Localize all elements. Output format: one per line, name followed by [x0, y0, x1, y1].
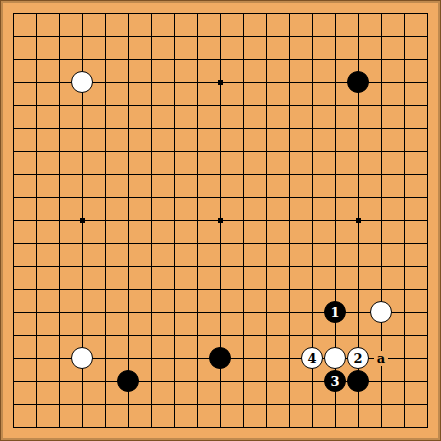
board-intersection[interactable] — [255, 209, 278, 232]
board-intersection[interactable] — [163, 186, 186, 209]
board-intersection[interactable] — [2, 2, 25, 25]
board-intersection[interactable] — [117, 117, 140, 140]
board-intersection[interactable] — [370, 140, 393, 163]
board-intersection[interactable] — [416, 255, 439, 278]
board-intersection[interactable] — [324, 255, 347, 278]
board-intersection[interactable] — [117, 163, 140, 186]
board-intersection[interactable] — [25, 232, 48, 255]
board-intersection[interactable] — [416, 25, 439, 48]
board-intersection[interactable] — [347, 2, 370, 25]
board-intersection[interactable] — [117, 255, 140, 278]
board-intersection[interactable] — [301, 324, 324, 347]
board-intersection[interactable] — [393, 209, 416, 232]
board-intersection[interactable] — [140, 71, 163, 94]
board-intersection[interactable] — [117, 209, 140, 232]
board-intersection[interactable] — [2, 278, 25, 301]
board-intersection[interactable] — [2, 255, 25, 278]
board-intersection[interactable] — [232, 393, 255, 416]
board-intersection[interactable] — [25, 370, 48, 393]
board-intersection[interactable] — [232, 370, 255, 393]
board-intersection[interactable] — [209, 94, 232, 117]
board-intersection[interactable] — [347, 255, 370, 278]
board-intersection[interactable] — [370, 232, 393, 255]
board-intersection[interactable] — [48, 347, 71, 370]
board-intersection[interactable] — [347, 324, 370, 347]
board-intersection[interactable] — [278, 370, 301, 393]
board-intersection[interactable]: 2 — [347, 347, 370, 370]
board-intersection[interactable] — [232, 278, 255, 301]
board-intersection[interactable] — [25, 255, 48, 278]
board-intersection[interactable] — [416, 301, 439, 324]
board-intersection[interactable] — [255, 186, 278, 209]
board-intersection[interactable] — [163, 347, 186, 370]
board-intersection[interactable] — [255, 301, 278, 324]
board-intersection[interactable] — [117, 48, 140, 71]
board-intersection[interactable] — [393, 393, 416, 416]
board-intersection[interactable] — [278, 25, 301, 48]
board-intersection[interactable] — [232, 71, 255, 94]
board-intersection[interactable] — [186, 278, 209, 301]
board-intersection[interactable] — [255, 2, 278, 25]
board-intersection[interactable] — [232, 324, 255, 347]
board-intersection[interactable] — [416, 117, 439, 140]
board-intersection[interactable] — [94, 347, 117, 370]
board-intersection[interactable] — [2, 25, 25, 48]
board-intersection[interactable] — [2, 71, 25, 94]
board-intersection[interactable] — [324, 324, 347, 347]
board-intersection[interactable] — [347, 117, 370, 140]
board-intersection[interactable] — [186, 301, 209, 324]
board-intersection[interactable] — [117, 140, 140, 163]
board-intersection[interactable] — [186, 163, 209, 186]
board-intersection[interactable] — [370, 25, 393, 48]
board-intersection[interactable] — [324, 94, 347, 117]
board-intersection[interactable] — [186, 370, 209, 393]
board-intersection[interactable] — [393, 278, 416, 301]
board-intersection[interactable] — [94, 117, 117, 140]
board-intersection[interactable] — [232, 25, 255, 48]
board-intersection[interactable] — [140, 255, 163, 278]
board-intersection[interactable] — [301, 393, 324, 416]
board-intersection[interactable] — [232, 347, 255, 370]
board-intersection[interactable] — [2, 117, 25, 140]
board-intersection[interactable] — [347, 48, 370, 71]
board-intersection[interactable] — [2, 209, 25, 232]
board-intersection[interactable] — [347, 301, 370, 324]
board-intersection[interactable] — [416, 324, 439, 347]
board-intersection[interactable] — [163, 278, 186, 301]
board-intersection[interactable] — [393, 94, 416, 117]
board-intersection[interactable] — [48, 209, 71, 232]
board-intersection[interactable] — [94, 25, 117, 48]
board-intersection[interactable] — [140, 232, 163, 255]
board-intersection[interactable] — [163, 117, 186, 140]
board-intersection[interactable] — [209, 48, 232, 71]
board-intersection[interactable] — [71, 71, 94, 94]
board-intersection[interactable] — [416, 416, 439, 439]
board-intersection[interactable] — [232, 117, 255, 140]
board-intersection[interactable] — [117, 301, 140, 324]
board-intersection[interactable] — [416, 209, 439, 232]
board-intersection[interactable] — [370, 48, 393, 71]
board-intersection[interactable] — [347, 25, 370, 48]
board-intersection[interactable] — [416, 393, 439, 416]
board-intersection[interactable] — [278, 393, 301, 416]
board-intersection[interactable] — [301, 2, 324, 25]
board-intersection[interactable] — [117, 347, 140, 370]
board-intersection[interactable] — [255, 94, 278, 117]
board-intersection[interactable] — [140, 48, 163, 71]
board-intersection[interactable] — [370, 2, 393, 25]
board-intersection[interactable] — [347, 94, 370, 117]
board-intersection[interactable] — [25, 324, 48, 347]
board-intersection[interactable] — [186, 324, 209, 347]
board-intersection[interactable] — [163, 324, 186, 347]
board-intersection[interactable] — [255, 25, 278, 48]
board-intersection[interactable] — [94, 278, 117, 301]
board-intersection[interactable] — [255, 232, 278, 255]
board-intersection[interactable] — [117, 94, 140, 117]
board-intersection[interactable] — [209, 209, 232, 232]
board-intersection[interactable] — [140, 416, 163, 439]
board-intersection[interactable] — [324, 117, 347, 140]
black-stone[interactable] — [347, 71, 369, 93]
board-intersection[interactable] — [25, 278, 48, 301]
board-intersection[interactable] — [278, 278, 301, 301]
board-intersection[interactable]: 4 — [301, 347, 324, 370]
board-intersection[interactable] — [48, 416, 71, 439]
board-intersection[interactable] — [25, 94, 48, 117]
board-intersection[interactable] — [163, 2, 186, 25]
board-intersection[interactable] — [324, 71, 347, 94]
board-intersection[interactable] — [278, 232, 301, 255]
board-intersection[interactable] — [71, 255, 94, 278]
board-intersection[interactable] — [370, 94, 393, 117]
board-intersection[interactable] — [278, 186, 301, 209]
board-intersection[interactable] — [370, 255, 393, 278]
board-intersection[interactable] — [2, 347, 25, 370]
board-intersection[interactable] — [71, 347, 94, 370]
board-intersection[interactable] — [209, 2, 232, 25]
board-intersection[interactable] — [71, 370, 94, 393]
board-intersection[interactable] — [71, 186, 94, 209]
board-intersection[interactable] — [393, 48, 416, 71]
board-intersection[interactable] — [25, 163, 48, 186]
board-intersection[interactable] — [209, 140, 232, 163]
board-intersection[interactable] — [416, 140, 439, 163]
board-intersection[interactable] — [324, 416, 347, 439]
board-intersection[interactable] — [117, 2, 140, 25]
board-intersection[interactable] — [71, 117, 94, 140]
board-intersection[interactable] — [416, 347, 439, 370]
board-intersection[interactable] — [25, 117, 48, 140]
board-intersection[interactable] — [140, 393, 163, 416]
board-intersection[interactable] — [94, 94, 117, 117]
board-intersection[interactable] — [186, 186, 209, 209]
board-intersection[interactable] — [117, 25, 140, 48]
board-intersection[interactable] — [163, 370, 186, 393]
board-intersection[interactable] — [48, 117, 71, 140]
board-intersection[interactable] — [2, 324, 25, 347]
board-intersection[interactable] — [278, 71, 301, 94]
board-intersection[interactable] — [48, 94, 71, 117]
board-intersection[interactable] — [186, 71, 209, 94]
board-intersection[interactable] — [71, 25, 94, 48]
board-intersection[interactable] — [232, 255, 255, 278]
board-intersection[interactable] — [186, 232, 209, 255]
board-intersection[interactable] — [48, 71, 71, 94]
board-intersection[interactable] — [140, 347, 163, 370]
board-intersection[interactable] — [301, 48, 324, 71]
board-intersection[interactable] — [2, 393, 25, 416]
board-intersection[interactable] — [301, 71, 324, 94]
board-intersection[interactable] — [117, 370, 140, 393]
board-intersection[interactable] — [347, 416, 370, 439]
board-intersection[interactable] — [255, 416, 278, 439]
board-intersection[interactable] — [301, 163, 324, 186]
board-intersection[interactable] — [278, 324, 301, 347]
board-intersection[interactable]: 3 — [324, 370, 347, 393]
board-intersection[interactable] — [393, 140, 416, 163]
board-intersection[interactable] — [416, 278, 439, 301]
board-intersection[interactable] — [140, 324, 163, 347]
board-intersection[interactable] — [255, 347, 278, 370]
point-label-a[interactable]: a — [374, 351, 388, 366]
board-intersection[interactable] — [48, 186, 71, 209]
board-intersection[interactable] — [255, 370, 278, 393]
board-intersection[interactable] — [347, 186, 370, 209]
board-intersection[interactable] — [48, 255, 71, 278]
board-intersection[interactable] — [117, 71, 140, 94]
board-intersection[interactable] — [2, 370, 25, 393]
white-stone[interactable] — [71, 347, 93, 369]
board-intersection[interactable] — [186, 94, 209, 117]
board-intersection[interactable] — [94, 48, 117, 71]
board-intersection[interactable] — [301, 232, 324, 255]
board-intersection[interactable] — [347, 393, 370, 416]
board-intersection[interactable] — [255, 163, 278, 186]
board-intersection[interactable] — [94, 232, 117, 255]
board-intersection[interactable] — [48, 301, 71, 324]
board-intersection[interactable] — [393, 232, 416, 255]
board-intersection[interactable] — [2, 163, 25, 186]
board-intersection[interactable] — [94, 393, 117, 416]
board-intersection[interactable] — [416, 370, 439, 393]
board-intersection[interactable] — [71, 278, 94, 301]
board-intersection[interactable] — [140, 163, 163, 186]
board-intersection[interactable] — [94, 186, 117, 209]
board-intersection[interactable] — [370, 324, 393, 347]
board-intersection[interactable] — [324, 140, 347, 163]
board-intersection[interactable] — [255, 48, 278, 71]
board-intersection[interactable] — [140, 94, 163, 117]
board-intersection[interactable] — [25, 209, 48, 232]
board-intersection[interactable] — [370, 278, 393, 301]
board-intersection[interactable] — [255, 117, 278, 140]
board-intersection[interactable] — [324, 209, 347, 232]
board-intersection[interactable] — [140, 186, 163, 209]
board-intersection[interactable] — [140, 209, 163, 232]
board-intersection[interactable] — [324, 163, 347, 186]
board-intersection[interactable] — [2, 232, 25, 255]
board-intersection[interactable] — [232, 2, 255, 25]
board-intersection[interactable] — [209, 71, 232, 94]
board-intersection[interactable] — [71, 301, 94, 324]
board-intersection[interactable] — [255, 140, 278, 163]
board-intersection[interactable] — [71, 163, 94, 186]
board-intersection[interactable] — [25, 2, 48, 25]
board-intersection[interactable] — [94, 140, 117, 163]
board-intersection[interactable] — [186, 117, 209, 140]
white-stone[interactable] — [370, 301, 392, 323]
board-intersection[interactable] — [209, 393, 232, 416]
board-intersection[interactable] — [347, 278, 370, 301]
board-intersection[interactable] — [186, 209, 209, 232]
board-intersection[interactable] — [255, 71, 278, 94]
white-stone[interactable]: 2 — [347, 347, 369, 369]
board-intersection[interactable] — [347, 370, 370, 393]
board-intersection[interactable] — [393, 186, 416, 209]
board-intersection[interactable] — [278, 416, 301, 439]
board-intersection[interactable] — [117, 186, 140, 209]
board-intersection[interactable] — [301, 117, 324, 140]
board-intersection[interactable] — [25, 393, 48, 416]
board-intersection[interactable] — [186, 48, 209, 71]
board-intersection[interactable] — [71, 209, 94, 232]
board-intersection[interactable] — [48, 232, 71, 255]
board-intersection[interactable] — [48, 163, 71, 186]
board-intersection[interactable] — [25, 140, 48, 163]
board-intersection[interactable] — [393, 25, 416, 48]
board-intersection[interactable] — [209, 370, 232, 393]
board-intersection[interactable] — [347, 140, 370, 163]
board-intersection[interactable] — [163, 94, 186, 117]
board-intersection[interactable] — [370, 117, 393, 140]
board-intersection[interactable] — [163, 393, 186, 416]
board-intersection[interactable] — [209, 163, 232, 186]
board-intersection[interactable] — [71, 416, 94, 439]
board-intersection[interactable] — [370, 370, 393, 393]
black-stone[interactable] — [117, 370, 139, 392]
board-intersection[interactable] — [2, 94, 25, 117]
board-intersection[interactable] — [140, 301, 163, 324]
board-intersection[interactable] — [370, 71, 393, 94]
board-intersection[interactable] — [117, 393, 140, 416]
board-intersection[interactable] — [393, 255, 416, 278]
board-intersection[interactable] — [163, 416, 186, 439]
board-intersection[interactable] — [25, 48, 48, 71]
board-intersection[interactable] — [2, 140, 25, 163]
board-intersection[interactable] — [163, 71, 186, 94]
board-intersection[interactable] — [209, 416, 232, 439]
board-intersection[interactable] — [416, 186, 439, 209]
board-intersection[interactable] — [209, 324, 232, 347]
board-intersection[interactable] — [393, 347, 416, 370]
board-intersection[interactable] — [416, 71, 439, 94]
board-intersection[interactable] — [278, 2, 301, 25]
black-stone[interactable] — [209, 347, 231, 369]
board-intersection[interactable] — [163, 255, 186, 278]
board-intersection[interactable] — [393, 163, 416, 186]
board-intersection[interactable] — [301, 186, 324, 209]
board-intersection[interactable] — [278, 301, 301, 324]
board-intersection[interactable] — [163, 301, 186, 324]
board-intersection[interactable] — [48, 25, 71, 48]
board-intersection[interactable] — [232, 94, 255, 117]
black-stone[interactable]: 1 — [324, 301, 346, 323]
board-intersection[interactable] — [209, 301, 232, 324]
board-intersection[interactable] — [416, 94, 439, 117]
board-intersection[interactable] — [186, 347, 209, 370]
board-intersection[interactable] — [163, 48, 186, 71]
board-intersection[interactable] — [324, 393, 347, 416]
board-intersection[interactable] — [232, 186, 255, 209]
board-intersection[interactable] — [209, 25, 232, 48]
board-intersection[interactable] — [301, 278, 324, 301]
board-intersection[interactable] — [370, 186, 393, 209]
board-intersection[interactable] — [347, 71, 370, 94]
board-intersection[interactable] — [48, 324, 71, 347]
board-intersection[interactable] — [393, 370, 416, 393]
board-intersection[interactable] — [2, 186, 25, 209]
board-intersection[interactable] — [370, 209, 393, 232]
board-intersection[interactable] — [25, 416, 48, 439]
board-intersection[interactable] — [2, 301, 25, 324]
board-intersection[interactable] — [94, 416, 117, 439]
board-intersection[interactable] — [347, 209, 370, 232]
board-intersection[interactable] — [301, 416, 324, 439]
board-intersection[interactable] — [393, 416, 416, 439]
board-intersection[interactable] — [71, 324, 94, 347]
board-intersection[interactable] — [416, 48, 439, 71]
board-intersection[interactable] — [324, 48, 347, 71]
board-intersection[interactable] — [163, 140, 186, 163]
board-intersection[interactable] — [94, 209, 117, 232]
board-intersection[interactable] — [209, 186, 232, 209]
black-stone[interactable]: 3 — [324, 370, 346, 392]
board-intersection[interactable] — [186, 2, 209, 25]
board-intersection[interactable] — [278, 163, 301, 186]
board-intersection[interactable] — [186, 255, 209, 278]
board-intersection[interactable] — [186, 416, 209, 439]
board-intersection[interactable] — [94, 324, 117, 347]
board-intersection[interactable] — [278, 140, 301, 163]
board-intersection[interactable] — [301, 209, 324, 232]
board-intersection[interactable] — [416, 2, 439, 25]
board-intersection[interactable] — [370, 163, 393, 186]
board-intersection[interactable] — [94, 71, 117, 94]
board-intersection[interactable] — [71, 94, 94, 117]
board-intersection[interactable] — [393, 117, 416, 140]
board-intersection[interactable] — [347, 232, 370, 255]
board-intersection[interactable] — [209, 232, 232, 255]
board-intersection[interactable] — [2, 48, 25, 71]
board-intersection[interactable] — [301, 25, 324, 48]
board-intersection[interactable] — [25, 71, 48, 94]
board-intersection[interactable] — [117, 232, 140, 255]
board-intersection[interactable] — [186, 25, 209, 48]
board-intersection[interactable] — [117, 278, 140, 301]
board-intersection[interactable] — [301, 370, 324, 393]
board-intersection[interactable] — [71, 48, 94, 71]
board-intersection[interactable] — [301, 301, 324, 324]
board-intersection[interactable] — [48, 48, 71, 71]
board-intersection[interactable]: a — [370, 347, 393, 370]
board-intersection[interactable] — [71, 232, 94, 255]
board-intersection[interactable] — [232, 163, 255, 186]
board-intersection[interactable] — [140, 25, 163, 48]
board-intersection[interactable] — [140, 140, 163, 163]
